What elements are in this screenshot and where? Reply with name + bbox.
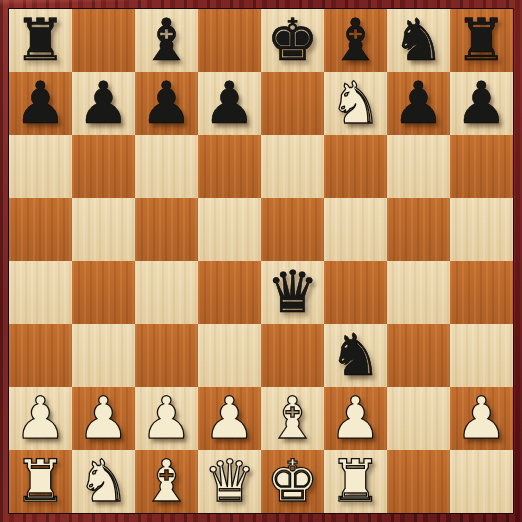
piece-white-knight[interactable]: ♞ — [78, 450, 130, 513]
square-g7[interactable]: ♟ — [387, 72, 450, 135]
square-e2[interactable]: ♝ — [261, 387, 324, 450]
square-f4[interactable] — [324, 261, 387, 324]
square-g5[interactable] — [387, 198, 450, 261]
square-a4[interactable] — [9, 261, 72, 324]
piece-black-rook[interactable]: ♜ — [456, 9, 508, 72]
square-e8[interactable]: ♚ — [261, 9, 324, 72]
piece-white-king[interactable]: ♚ — [267, 450, 319, 513]
piece-black-pawn[interactable]: ♟ — [204, 72, 256, 135]
square-d1[interactable]: ♛ — [198, 450, 261, 513]
piece-white-pawn[interactable]: ♟ — [78, 387, 130, 450]
square-b1[interactable]: ♞ — [72, 450, 135, 513]
piece-black-pawn[interactable]: ♟ — [141, 72, 193, 135]
square-a1[interactable]: ♜ — [9, 450, 72, 513]
square-d7[interactable]: ♟ — [198, 72, 261, 135]
square-b4[interactable] — [72, 261, 135, 324]
piece-white-bishop[interactable]: ♝ — [267, 387, 319, 450]
piece-black-bishop[interactable]: ♝ — [330, 9, 382, 72]
square-c8[interactable]: ♝ — [135, 9, 198, 72]
square-a6[interactable] — [9, 135, 72, 198]
square-f6[interactable] — [324, 135, 387, 198]
square-h4[interactable] — [450, 261, 513, 324]
square-h5[interactable] — [450, 198, 513, 261]
square-b6[interactable] — [72, 135, 135, 198]
piece-black-pawn[interactable]: ♟ — [456, 72, 508, 135]
square-d8[interactable] — [198, 9, 261, 72]
square-f5[interactable] — [324, 198, 387, 261]
board-frame: ♜♝♚♝♞♜♟♟♟♟♞♟♟♛♞♟♟♟♟♝♟♟♜♞♝♛♚♜ — [0, 0, 522, 522]
square-f2[interactable]: ♟ — [324, 387, 387, 450]
square-c1[interactable]: ♝ — [135, 450, 198, 513]
square-c5[interactable] — [135, 198, 198, 261]
square-d6[interactable] — [198, 135, 261, 198]
square-f8[interactable]: ♝ — [324, 9, 387, 72]
square-e1[interactable]: ♚ — [261, 450, 324, 513]
piece-black-pawn[interactable]: ♟ — [393, 72, 445, 135]
piece-white-pawn[interactable]: ♟ — [15, 387, 67, 450]
square-b5[interactable] — [72, 198, 135, 261]
piece-white-queen[interactable]: ♛ — [204, 450, 256, 513]
square-e5[interactable] — [261, 198, 324, 261]
square-a8[interactable]: ♜ — [9, 9, 72, 72]
square-e4[interactable]: ♛ — [261, 261, 324, 324]
piece-white-pawn[interactable]: ♟ — [330, 387, 382, 450]
piece-black-king[interactable]: ♚ — [267, 9, 319, 72]
square-d3[interactable] — [198, 324, 261, 387]
square-h1[interactable] — [450, 450, 513, 513]
square-b2[interactable]: ♟ — [72, 387, 135, 450]
square-c2[interactable]: ♟ — [135, 387, 198, 450]
square-g6[interactable] — [387, 135, 450, 198]
square-a3[interactable] — [9, 324, 72, 387]
piece-black-pawn[interactable]: ♟ — [78, 72, 130, 135]
square-f3[interactable]: ♞ — [324, 324, 387, 387]
piece-black-knight[interactable]: ♞ — [393, 9, 445, 72]
piece-white-rook[interactable]: ♜ — [15, 450, 67, 513]
square-h3[interactable] — [450, 324, 513, 387]
piece-white-pawn[interactable]: ♟ — [456, 387, 508, 450]
piece-black-knight[interactable]: ♞ — [330, 324, 382, 387]
square-b7[interactable]: ♟ — [72, 72, 135, 135]
square-h7[interactable]: ♟ — [450, 72, 513, 135]
square-f1[interactable]: ♜ — [324, 450, 387, 513]
square-g2[interactable] — [387, 387, 450, 450]
square-c4[interactable] — [135, 261, 198, 324]
square-h8[interactable]: ♜ — [450, 9, 513, 72]
piece-black-queen[interactable]: ♛ — [267, 261, 319, 324]
square-f7[interactable]: ♞ — [324, 72, 387, 135]
square-h2[interactable]: ♟ — [450, 387, 513, 450]
square-c7[interactable]: ♟ — [135, 72, 198, 135]
piece-white-pawn[interactable]: ♟ — [204, 387, 256, 450]
piece-white-pawn[interactable]: ♟ — [141, 387, 193, 450]
square-h6[interactable] — [450, 135, 513, 198]
square-g4[interactable] — [387, 261, 450, 324]
piece-black-bishop[interactable]: ♝ — [141, 9, 193, 72]
square-b8[interactable] — [72, 9, 135, 72]
piece-white-rook[interactable]: ♜ — [330, 450, 382, 513]
piece-black-rook[interactable]: ♜ — [15, 9, 67, 72]
square-a5[interactable] — [9, 198, 72, 261]
square-c6[interactable] — [135, 135, 198, 198]
square-d4[interactable] — [198, 261, 261, 324]
square-d2[interactable]: ♟ — [198, 387, 261, 450]
piece-white-bishop[interactable]: ♝ — [141, 450, 193, 513]
square-c3[interactable] — [135, 324, 198, 387]
piece-black-pawn[interactable]: ♟ — [15, 72, 67, 135]
piece-white-knight[interactable]: ♞ — [330, 72, 382, 135]
square-b3[interactable] — [72, 324, 135, 387]
square-a7[interactable]: ♟ — [9, 72, 72, 135]
square-e3[interactable] — [261, 324, 324, 387]
square-g1[interactable] — [387, 450, 450, 513]
square-e7[interactable] — [261, 72, 324, 135]
square-g8[interactable]: ♞ — [387, 9, 450, 72]
square-g3[interactable] — [387, 324, 450, 387]
square-a2[interactable]: ♟ — [9, 387, 72, 450]
square-e6[interactable] — [261, 135, 324, 198]
chess-board: ♜♝♚♝♞♜♟♟♟♟♞♟♟♛♞♟♟♟♟♝♟♟♜♞♝♛♚♜ — [8, 8, 514, 514]
square-d5[interactable] — [198, 198, 261, 261]
